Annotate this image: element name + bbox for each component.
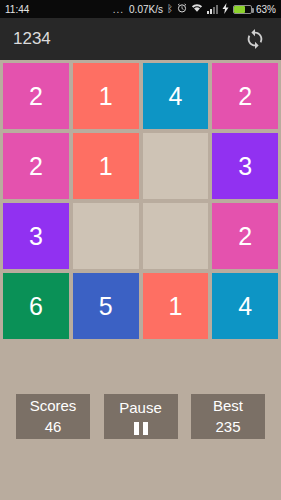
controls-bar: Scores 46 Pause Best 235 — [0, 394, 281, 439]
tile-r1c2-value-1[interactable]: 1 — [73, 63, 139, 129]
tile-r2c2-value-1[interactable]: 1 — [73, 133, 139, 199]
wifi-icon — [191, 3, 203, 15]
tile-r4c4-value-4[interactable]: 4 — [212, 273, 278, 339]
network-speed: 0.07K/s — [129, 4, 163, 15]
bluetooth-icon: ᛒ — [167, 4, 173, 14]
tile-r1c3-value-4[interactable]: 4 — [143, 63, 209, 129]
best-value: 235 — [215, 417, 240, 437]
tile-r2c1-value-2[interactable]: 2 — [3, 133, 69, 199]
scores-value: 46 — [45, 417, 62, 437]
signal-icon — [207, 5, 218, 14]
status-icons: ... 0.07K/s ᛒ 63% — [113, 3, 276, 16]
status-bar: 11:44 ... 0.07K/s ᛒ — [0, 0, 281, 18]
tile-r2c4-value-3[interactable]: 3 — [212, 133, 278, 199]
tile-r1c1-value-2[interactable]: 2 — [3, 63, 69, 129]
app-title: 1234 — [13, 29, 51, 49]
clock-time: 11:44 — [5, 4, 29, 15]
scores-button[interactable]: Scores 46 — [16, 394, 90, 439]
tile-r3c4-value-2[interactable]: 2 — [212, 203, 278, 269]
charging-icon — [222, 3, 229, 16]
notification-dots: ... — [113, 4, 124, 15]
empty-cell-r2c3[interactable] — [143, 133, 209, 199]
pause-label: Pause — [119, 398, 162, 418]
empty-cell-r3c3[interactable] — [143, 203, 209, 269]
best-button[interactable]: Best 235 — [191, 394, 265, 439]
tile-r1c4-value-2[interactable]: 2 — [212, 63, 278, 129]
battery-icon — [233, 5, 252, 14]
tile-r4c1-value-6[interactable]: 6 — [3, 273, 69, 339]
tile-r3c1-value-3[interactable]: 3 — [3, 203, 69, 269]
battery-percent: 63% — [256, 4, 276, 15]
alarm-icon — [177, 3, 187, 15]
restart-button[interactable] — [242, 26, 268, 52]
sync-icon — [244, 28, 266, 50]
tile-r4c2-value-5[interactable]: 5 — [73, 273, 139, 339]
pause-icon — [134, 422, 148, 435]
pause-button[interactable]: Pause — [104, 394, 178, 439]
scores-label: Scores — [30, 396, 77, 416]
board-grid[interactable]: 2142213326514 — [0, 60, 281, 342]
best-label: Best — [213, 396, 243, 416]
tile-r4c3-value-1[interactable]: 1 — [143, 273, 209, 339]
app-bar: 1234 — [0, 18, 281, 60]
battery-fill — [234, 6, 245, 13]
empty-cell-r3c2[interactable] — [73, 203, 139, 269]
